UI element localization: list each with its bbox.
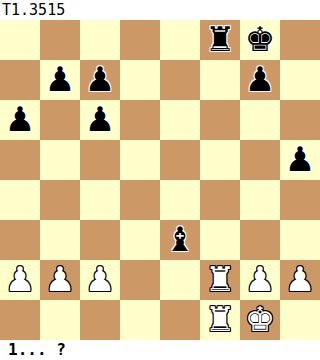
- square-a6[interactable]: ♟: [0, 100, 40, 140]
- chess-board: ♜♚♟♟♟♟♟♟♝♟♟♟♜♟♟♜♚: [0, 20, 320, 340]
- black-pawn-g7[interactable]: ♟: [245, 60, 275, 99]
- square-e3[interactable]: ♝: [160, 220, 200, 260]
- square-h1[interactable]: [280, 300, 320, 340]
- square-h3[interactable]: [280, 220, 320, 260]
- square-f5[interactable]: [200, 140, 240, 180]
- square-h4[interactable]: [280, 180, 320, 220]
- square-f3[interactable]: [200, 220, 240, 260]
- square-g8[interactable]: ♚: [240, 20, 280, 60]
- square-h6[interactable]: [280, 100, 320, 140]
- square-d3[interactable]: [120, 220, 160, 260]
- square-c6[interactable]: ♟: [80, 100, 120, 140]
- square-b3[interactable]: [40, 220, 80, 260]
- square-e1[interactable]: [160, 300, 200, 340]
- square-f8[interactable]: ♜: [200, 20, 240, 60]
- square-c2[interactable]: ♟: [80, 260, 120, 300]
- square-f1[interactable]: ♜: [200, 300, 240, 340]
- square-a5[interactable]: [0, 140, 40, 180]
- square-d6[interactable]: [120, 100, 160, 140]
- square-h7[interactable]: [280, 60, 320, 100]
- square-a7[interactable]: [0, 60, 40, 100]
- square-f7[interactable]: [200, 60, 240, 100]
- square-g6[interactable]: [240, 100, 280, 140]
- square-g7[interactable]: ♟: [240, 60, 280, 100]
- square-g3[interactable]: [240, 220, 280, 260]
- square-a3[interactable]: [0, 220, 40, 260]
- square-e6[interactable]: [160, 100, 200, 140]
- black-bishop-e3[interactable]: ♝: [165, 220, 195, 259]
- square-e5[interactable]: [160, 140, 200, 180]
- square-f4[interactable]: [200, 180, 240, 220]
- square-b6[interactable]: [40, 100, 80, 140]
- square-c7[interactable]: ♟: [80, 60, 120, 100]
- square-d1[interactable]: [120, 300, 160, 340]
- square-a8[interactable]: [0, 20, 40, 60]
- square-a4[interactable]: [0, 180, 40, 220]
- square-c3[interactable]: [80, 220, 120, 260]
- square-b4[interactable]: [40, 180, 80, 220]
- black-king-g8[interactable]: ♚: [245, 20, 275, 59]
- square-c4[interactable]: [80, 180, 120, 220]
- black-rook-f8[interactable]: ♜: [205, 20, 235, 59]
- square-e7[interactable]: [160, 60, 200, 100]
- move-prompt-label: 1... ?: [0, 340, 320, 360]
- square-e8[interactable]: [160, 20, 200, 60]
- square-a2[interactable]: ♟: [0, 260, 40, 300]
- square-b7[interactable]: ♟: [40, 60, 80, 100]
- square-b8[interactable]: [40, 20, 80, 60]
- white-pawn-c2[interactable]: ♟: [85, 260, 115, 299]
- white-rook-f1[interactable]: ♜: [205, 300, 235, 339]
- square-d5[interactable]: [120, 140, 160, 180]
- square-g1[interactable]: ♚: [240, 300, 280, 340]
- square-d7[interactable]: [120, 60, 160, 100]
- square-h8[interactable]: [280, 20, 320, 60]
- white-pawn-a2[interactable]: ♟: [5, 260, 35, 299]
- square-g2[interactable]: ♟: [240, 260, 280, 300]
- black-pawn-b7[interactable]: ♟: [45, 60, 75, 99]
- square-d2[interactable]: [120, 260, 160, 300]
- white-pawn-h2[interactable]: ♟: [285, 260, 315, 299]
- chess-puzzle-app: T1.3515 ♜♚♟♟♟♟♟♟♝♟♟♟♜♟♟♜♚ 1... ?: [0, 0, 320, 360]
- black-pawn-a6[interactable]: ♟: [5, 100, 35, 139]
- white-pawn-g2[interactable]: ♟: [245, 260, 275, 299]
- square-h5[interactable]: ♟: [280, 140, 320, 180]
- square-f6[interactable]: [200, 100, 240, 140]
- square-a1[interactable]: [0, 300, 40, 340]
- square-b5[interactable]: [40, 140, 80, 180]
- black-pawn-c7[interactable]: ♟: [85, 60, 115, 99]
- square-b2[interactable]: ♟: [40, 260, 80, 300]
- white-king-g1[interactable]: ♚: [245, 300, 275, 339]
- black-pawn-h5[interactable]: ♟: [285, 140, 315, 179]
- square-e2[interactable]: [160, 260, 200, 300]
- square-c5[interactable]: [80, 140, 120, 180]
- square-g5[interactable]: [240, 140, 280, 180]
- black-pawn-c6[interactable]: ♟: [85, 100, 115, 139]
- square-g4[interactable]: [240, 180, 280, 220]
- puzzle-id-label: T1.3515: [0, 0, 320, 20]
- square-c8[interactable]: [80, 20, 120, 60]
- square-c1[interactable]: [80, 300, 120, 340]
- square-h2[interactable]: ♟: [280, 260, 320, 300]
- square-d4[interactable]: [120, 180, 160, 220]
- square-b1[interactable]: [40, 300, 80, 340]
- white-pawn-b2[interactable]: ♟: [45, 260, 75, 299]
- square-d8[interactable]: [120, 20, 160, 60]
- white-rook-f2[interactable]: ♜: [205, 260, 235, 299]
- square-e4[interactable]: [160, 180, 200, 220]
- square-f2[interactable]: ♜: [200, 260, 240, 300]
